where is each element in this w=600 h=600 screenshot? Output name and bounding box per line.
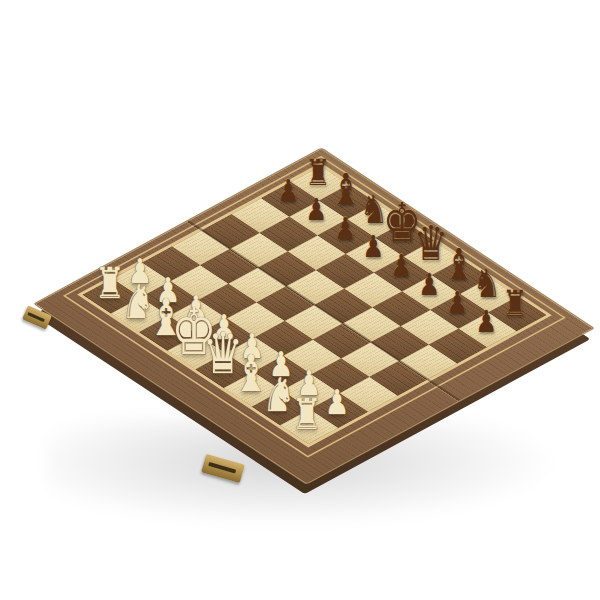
scene-caption: Angled product photo of a folding walnut… [0, 0, 1, 1]
checker-grid [83, 166, 546, 444]
clasp-slot [208, 462, 236, 473]
clasp-slot [27, 312, 45, 322]
